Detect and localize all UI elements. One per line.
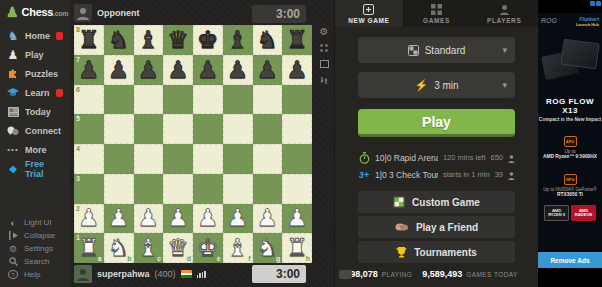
light-ui-toggle[interactable]: ◐ Light UI <box>0 216 70 229</box>
square-c3[interactable] <box>134 174 164 204</box>
newspaper-icon <box>7 106 19 118</box>
home-notification-badge <box>56 32 63 40</box>
square-e1[interactable]: e♚ <box>193 233 223 263</box>
tournament-row-rapid-arena[interactable]: 10|0 Rapid Arena 120 mins left 650 <box>358 149 515 166</box>
person-icon <box>499 4 510 15</box>
spec1-text: AMD Ryzen™ 9 5900HX <box>538 154 602 160</box>
ad-corner-icons <box>590 1 601 6</box>
puzzle-piece-icon <box>7 68 19 80</box>
tournament-row-3-check[interactable]: 3+ 1|0 3 Check Tournament starts in 1 mi… <box>358 166 515 183</box>
stopwatch-icon <box>358 152 370 164</box>
square-g4[interactable] <box>253 144 283 174</box>
square-f2[interactable]: ♟ <box>223 204 253 234</box>
square-a4[interactable]: 4 <box>74 144 104 174</box>
square-d2[interactable]: ♟ <box>163 204 193 234</box>
square-g7[interactable]: ♟ <box>253 55 283 85</box>
player-name[interactable]: superpahwa <box>97 269 150 279</box>
apu-badge: APU <box>564 136 577 147</box>
file-label-g: g <box>276 255 280 262</box>
board-controls: ⚙ <box>317 27 331 85</box>
rog-flow-ad[interactable]: ROG Flipkart Launch Hub ROG FLOW X13 Com… <box>538 13 602 250</box>
learn-notification-badge <box>56 89 63 97</box>
piece-black-knight: ♞ <box>108 28 130 52</box>
square-h3[interactable] <box>282 174 312 204</box>
sidebar-item-learn[interactable]: Learn <box>0 83 70 102</box>
square-d4[interactable] <box>163 144 193 174</box>
playing-count: 98,078 <box>350 269 378 279</box>
square-a6[interactable]: 6 <box>74 85 104 115</box>
square-b2[interactable]: ♟ <box>104 204 134 234</box>
person-icon <box>508 166 515 184</box>
sidebar-item-play[interactable]: ♟ Play <box>0 45 70 64</box>
piece-white-pawn: ♟ <box>167 206 189 230</box>
square-e2[interactable]: ♟ <box>193 204 223 234</box>
custom-game-button[interactable]: Custom Game <box>358 191 515 213</box>
person-icon <box>508 149 515 167</box>
piece-black-bishop: ♝ <box>227 28 249 52</box>
sidebar-item-connect[interactable]: Connect <box>0 121 70 140</box>
piece-black-pawn: ♟ <box>227 58 249 82</box>
footer-item-label: Search <box>24 257 49 266</box>
gpu-badge: GPU <box>564 174 577 185</box>
square-h2[interactable]: ♟ <box>282 204 312 234</box>
square-b5[interactable] <box>104 114 134 144</box>
square-f3[interactable] <box>223 174 253 204</box>
tournament-name: 1|0 3 Check Tournament <box>375 170 438 180</box>
time-control-select[interactable]: ⚡ 3 min ▾ <box>358 72 515 98</box>
opponent-bar: Opponent 3:00 <box>74 2 330 24</box>
opponent-clock: 3:00 <box>252 5 306 23</box>
sidebar-item-more[interactable]: ••• More <box>0 140 70 159</box>
rog-logo: ROG <box>541 17 557 24</box>
laptop-images <box>538 35 602 93</box>
tournament-name: 10|0 Rapid Arena <box>375 153 438 163</box>
square-a3[interactable]: 3 <box>74 174 104 204</box>
rank-label-1: 1 <box>76 234 80 241</box>
footer-item-label: Help <box>24 270 40 279</box>
flip-board-icon[interactable] <box>319 75 329 85</box>
piece-black-pawn: ♟ <box>78 58 100 82</box>
square-b4[interactable] <box>104 144 134 174</box>
piece-black-pawn: ♟ <box>108 58 130 82</box>
chess-board: 8♜♞♝♛♚♝♞♜7♟♟♟♟♟♟♟♟65432♟♟♟♟♟♟♟♟1a♜b♞c♝d♛… <box>74 25 312 263</box>
play-a-friend-button[interactable]: Play a Friend <box>358 216 515 238</box>
square-a1[interactable]: 1a♜ <box>74 233 104 263</box>
spec2-text: RTX3050 Ti <box>538 192 602 198</box>
play-pawn-icon: ♟ <box>7 49 19 61</box>
graduation-cap-icon <box>7 87 19 99</box>
tournament-player-count: 39 <box>495 170 503 179</box>
pawn-logo-icon: ♟ <box>6 6 19 18</box>
player-avatar[interactable] <box>74 265 92 283</box>
square-c5[interactable] <box>134 114 164 144</box>
tab-games[interactable]: GAMES <box>403 0 471 27</box>
square-d8[interactable]: ♛ <box>163 25 193 55</box>
board-settings-gear-icon[interactable]: ⚙ <box>319 27 329 37</box>
piece-white-bishop: ♝ <box>138 236 160 260</box>
piece-white-pawn: ♟ <box>227 206 249 230</box>
footer-item-label: Light UI <box>24 218 52 227</box>
piece-white-pawn: ♟ <box>138 206 160 230</box>
square-a7[interactable]: 7♟ <box>74 55 104 85</box>
square-e7[interactable]: ♟ <box>193 55 223 85</box>
search-button[interactable]: Search <box>0 255 70 268</box>
plus-square-icon <box>363 4 374 15</box>
piece-white-pawn: ♟ <box>78 206 100 230</box>
sidebar-item-label: Today <box>25 107 51 117</box>
square-g3[interactable] <box>253 174 283 204</box>
playing-label: PLAYING <box>382 271 413 278</box>
piece-white-queen: ♛ <box>167 236 189 260</box>
square-c4[interactable] <box>134 144 164 174</box>
square-h1[interactable]: h♜ <box>282 233 312 263</box>
ad-subtitle: Compact is the New Impact <box>538 117 602 122</box>
piece-black-rook: ♜ <box>286 28 308 52</box>
square-b1[interactable]: b♞ <box>104 233 134 263</box>
grid-icon <box>431 4 442 15</box>
square-g1[interactable]: g♞ <box>253 233 283 263</box>
three-check-icon: 3+ <box>358 170 370 180</box>
home-knight-icon: ♞ <box>7 30 19 42</box>
custom-game-board-icon <box>393 196 405 208</box>
left-sidebar: ♟ Chess.com ♞ Home ♟ Play Puzzles Learn <box>0 0 70 287</box>
trophy-icon <box>396 246 407 258</box>
sidebar-item-label: Learn <box>25 88 50 98</box>
square-f5[interactable] <box>223 114 253 144</box>
square-b3[interactable] <box>104 174 134 204</box>
square-c2[interactable]: ♟ <box>134 204 164 234</box>
gear-icon: ⚙ <box>8 244 18 254</box>
square-a8[interactable]: 8♜ <box>74 25 104 55</box>
sidebar-item-home[interactable]: ♞ Home <box>0 26 70 45</box>
tournament-player-count: 650 <box>490 153 503 162</box>
games-today-count: 9,589,493 <box>422 269 462 279</box>
square-h4[interactable] <box>282 144 312 174</box>
games-today-label: GAMES TODAY <box>466 271 517 278</box>
square-h5[interactable] <box>282 114 312 144</box>
chesscom-logo[interactable]: ♟ Chess.com <box>0 0 70 22</box>
time-control-value: 3 min <box>434 80 458 91</box>
square-e5[interactable] <box>193 114 223 144</box>
rank-label-3: 3 <box>76 175 80 182</box>
tab-label: NEW GAME <box>348 17 389 24</box>
piece-black-pawn: ♟ <box>197 58 219 82</box>
connection-signal-icon <box>197 271 206 278</box>
tournament-status: 120 mins left <box>443 153 486 162</box>
square-a2[interactable]: 2♟ <box>74 204 104 234</box>
piece-white-pawn: ♟ <box>286 206 308 230</box>
square-b8[interactable]: ♞ <box>104 25 134 55</box>
tab-label: GAMES <box>423 17 450 24</box>
piece-black-bishop: ♝ <box>138 28 160 52</box>
sidebar-item-label: Home <box>25 31 50 41</box>
piece-black-knight: ♞ <box>257 28 279 52</box>
piece-black-pawn: ♟ <box>167 58 189 82</box>
square-g2[interactable]: ♟ <box>253 204 283 234</box>
diamond-icon: ◆ <box>7 163 19 175</box>
rank-label-2: 2 <box>76 205 80 212</box>
variant-value: Standard <box>425 45 466 56</box>
rank-label-6: 6 <box>76 86 80 93</box>
tournaments-button[interactable]: Tournaments <box>358 241 515 263</box>
help-button[interactable]: ? Help <box>0 268 70 281</box>
square-e4[interactable] <box>193 144 223 174</box>
screen-icon[interactable] <box>339 270 352 279</box>
footer-item-label: Settings <box>24 244 53 253</box>
chat-bubbles-icon <box>7 125 19 137</box>
square-c7[interactable]: ♟ <box>134 55 164 85</box>
square-g6[interactable] <box>253 85 283 115</box>
square-g5[interactable] <box>253 114 283 144</box>
square-f4[interactable] <box>223 144 253 174</box>
live-stats-bar: 98,078 PLAYING 9,589,493 GAMES TODAY <box>335 261 539 287</box>
flipkart-logo: Flipkart Launch Hub <box>576 17 599 27</box>
rank-label-5: 5 <box>76 115 80 122</box>
rank-label-4: 4 <box>76 145 80 152</box>
sidebar-item-label: Connect <box>25 126 61 136</box>
piece-white-pawn: ♟ <box>257 206 279 230</box>
player-bar: superpahwa (400) 3:00 <box>74 263 330 285</box>
square-d1[interactable]: d♛ <box>163 233 193 263</box>
footer-item-label: Collapse <box>24 231 55 240</box>
file-label-h: h <box>306 255 310 262</box>
theatre-mode-icon[interactable] <box>319 59 329 69</box>
piece-white-pawn: ♟ <box>108 206 130 230</box>
standard-board-icon <box>408 45 419 56</box>
player-rating: (400) <box>155 269 176 279</box>
lightning-bolt-icon: ⚡ <box>414 79 428 92</box>
rank-label-7: 7 <box>76 56 80 63</box>
rank-label-8: 8 <box>76 26 80 33</box>
piece-black-queen: ♛ <box>167 28 189 52</box>
sidebar-item-today[interactable]: Today <box>0 102 70 121</box>
sidebar-item-label: More <box>25 145 47 155</box>
amd-radeon-badge: AMD RADEON <box>571 205 596 221</box>
piece-white-pawn: ♟ <box>197 206 219 230</box>
file-label-d: d <box>187 255 191 262</box>
more-dots-icon: ••• <box>7 144 19 156</box>
square-e3[interactable] <box>193 174 223 204</box>
square-d3[interactable] <box>163 174 193 204</box>
piece-black-pawn: ♟ <box>257 58 279 82</box>
ad-title: ROG FLOW X13 <box>538 97 602 115</box>
square-d5[interactable] <box>163 114 193 144</box>
square-f8[interactable]: ♝ <box>223 25 253 55</box>
square-c6[interactable] <box>134 85 164 115</box>
tournament-status: starts in 1 min <box>443 170 490 179</box>
collapse-icon <box>8 231 18 241</box>
light-ui-icon: ◐ <box>8 218 18 228</box>
square-h7[interactable]: ♟ <box>282 55 312 85</box>
piece-white-rook: ♜ <box>286 236 308 260</box>
square-c8[interactable]: ♝ <box>134 25 164 55</box>
square-b6[interactable] <box>104 85 134 115</box>
piece-white-king: ♚ <box>197 236 219 260</box>
focus-mode-icon[interactable] <box>319 43 329 53</box>
button-label: Play a Friend <box>416 222 478 233</box>
search-icon <box>8 257 18 267</box>
piece-black-king: ♚ <box>197 28 219 52</box>
square-d6[interactable] <box>163 85 193 115</box>
sidebar-item-label: Play <box>25 50 44 60</box>
square-f6[interactable] <box>223 85 253 115</box>
remove-ads-button[interactable]: Remove Ads <box>538 252 602 268</box>
piece-white-knight: ♞ <box>257 236 279 260</box>
collapse-button[interactable]: Collapse <box>0 229 70 242</box>
amd-ryzen-badge: AMD RYZEN 9 <box>544 205 569 221</box>
sidebar-item-label: Free Trial <box>25 159 63 179</box>
tab-label: PLAYERS <box>487 17 521 24</box>
piece-white-rook: ♜ <box>78 236 100 260</box>
chevron-down-icon: ▾ <box>502 80 507 90</box>
game-area: Opponent 3:00 8♜♞♝♛♚♝♞♜7♟♟♟♟♟♟♟♟65432♟♟♟… <box>70 0 334 287</box>
file-label-e: e <box>217 255 221 262</box>
square-d7[interactable]: ♟ <box>163 55 193 85</box>
square-h6[interactable] <box>282 85 312 115</box>
file-label-b: b <box>127 255 131 262</box>
chevron-down-icon: ▾ <box>502 45 507 55</box>
panel-tabs: NEW GAME GAMES PLAYERS <box>335 0 538 27</box>
tab-new-game[interactable]: NEW GAME <box>335 0 403 27</box>
button-label: Custom Game <box>412 197 480 208</box>
button-label: Tournaments <box>414 247 477 258</box>
file-label-f: f <box>248 255 250 262</box>
file-label-c: c <box>157 255 161 262</box>
square-a5[interactable]: 5 <box>74 114 104 144</box>
file-label-a: a <box>98 255 102 262</box>
help-icon: ? <box>8 270 18 279</box>
logo-text: Chess.com <box>22 6 69 18</box>
player-clock: 3:00 <box>252 265 306 283</box>
square-f7[interactable]: ♟ <box>223 55 253 85</box>
sidebar-item-puzzles[interactable]: Puzzles <box>0 64 70 83</box>
square-f1[interactable]: f♝ <box>223 233 253 263</box>
square-b7[interactable]: ♟ <box>104 55 134 85</box>
sidebar-item-label: Puzzles <box>25 69 58 79</box>
piece-black-pawn: ♟ <box>286 58 308 82</box>
play-button[interactable]: Play <box>358 109 515 137</box>
piece-black-pawn: ♟ <box>138 58 160 82</box>
square-h8[interactable]: ♜ <box>282 25 312 55</box>
piece-white-bishop: ♝ <box>227 236 249 260</box>
square-e8[interactable]: ♚ <box>193 25 223 55</box>
square-c1[interactable]: c♝ <box>134 233 164 263</box>
sidebar-item-free-trial[interactable]: ◆ Free Trial <box>0 159 70 178</box>
opponent-avatar[interactable] <box>74 4 92 22</box>
handshake-icon <box>395 222 409 232</box>
square-g8[interactable]: ♞ <box>253 25 283 55</box>
ad-column: ROG Flipkart Launch Hub ROG FLOW X13 Com… <box>538 0 602 287</box>
india-flag-icon <box>181 270 192 278</box>
piece-black-rook: ♜ <box>78 28 100 52</box>
tab-players[interactable]: PLAYERS <box>470 0 538 27</box>
square-e6[interactable] <box>193 85 223 115</box>
variant-select[interactable]: Standard ▾ <box>358 37 515 63</box>
settings-button[interactable]: ⚙ Settings <box>0 242 70 255</box>
piece-white-knight: ♞ <box>108 236 130 260</box>
opponent-name[interactable]: Opponent <box>97 8 140 18</box>
new-game-panel: NEW GAME GAMES PLAYERS Standard ▾ ⚡ 3 mi… <box>334 0 538 287</box>
